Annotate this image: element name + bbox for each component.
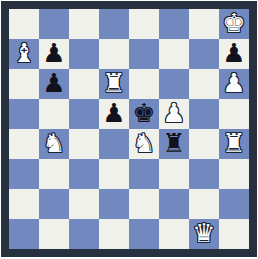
square-h2[interactable]: [219, 189, 249, 219]
square-a6[interactable]: [9, 69, 39, 99]
square-c4[interactable]: [69, 129, 99, 159]
square-d8[interactable]: [99, 9, 129, 39]
square-a1[interactable]: [9, 219, 39, 249]
chess-board: ♚♝♟♟♟♜♟♟♚♟♞♞♜♜♛: [9, 9, 249, 249]
square-g7[interactable]: [189, 39, 219, 69]
square-g6[interactable]: [189, 69, 219, 99]
square-d1[interactable]: [99, 219, 129, 249]
square-h1[interactable]: [219, 219, 249, 249]
square-f4[interactable]: ♜: [159, 129, 189, 159]
square-d7[interactable]: [99, 39, 129, 69]
square-h7[interactable]: ♟: [219, 39, 249, 69]
square-g2[interactable]: [189, 189, 219, 219]
square-e5[interactable]: ♚: [129, 99, 159, 129]
square-a8[interactable]: [9, 9, 39, 39]
square-b3[interactable]: [39, 159, 69, 189]
square-c5[interactable]: [69, 99, 99, 129]
piece-white-bishop: ♝: [9, 39, 39, 69]
square-a2[interactable]: [9, 189, 39, 219]
square-e2[interactable]: [129, 189, 159, 219]
square-b4[interactable]: ♞: [39, 129, 69, 159]
square-g5[interactable]: [189, 99, 219, 129]
square-e3[interactable]: [129, 159, 159, 189]
square-e8[interactable]: [129, 9, 159, 39]
square-a7[interactable]: ♝: [9, 39, 39, 69]
piece-black-pawn: ♟: [39, 39, 69, 69]
piece-black-pawn: ♟: [39, 69, 69, 99]
square-f1[interactable]: [159, 219, 189, 249]
square-b2[interactable]: [39, 189, 69, 219]
square-b6[interactable]: ♟: [39, 69, 69, 99]
square-b7[interactable]: ♟: [39, 39, 69, 69]
piece-white-knight: ♞: [39, 129, 69, 159]
square-e1[interactable]: [129, 219, 159, 249]
square-d6[interactable]: ♜: [99, 69, 129, 99]
square-c8[interactable]: [69, 9, 99, 39]
piece-white-pawn: ♟: [219, 69, 249, 99]
square-b1[interactable]: [39, 219, 69, 249]
square-h3[interactable]: [219, 159, 249, 189]
square-g8[interactable]: [189, 9, 219, 39]
board-frame: ♚♝♟♟♟♜♟♟♚♟♞♞♜♜♛: [1, 1, 257, 257]
square-h4[interactable]: ♜: [219, 129, 249, 159]
square-f8[interactable]: [159, 9, 189, 39]
square-e7[interactable]: [129, 39, 159, 69]
square-h5[interactable]: [219, 99, 249, 129]
piece-white-rook: ♜: [219, 129, 249, 159]
square-a5[interactable]: [9, 99, 39, 129]
piece-white-king: ♚: [219, 9, 249, 39]
square-g3[interactable]: [189, 159, 219, 189]
square-f6[interactable]: [159, 69, 189, 99]
square-f7[interactable]: [159, 39, 189, 69]
square-c7[interactable]: [69, 39, 99, 69]
square-c1[interactable]: [69, 219, 99, 249]
square-c2[interactable]: [69, 189, 99, 219]
square-d5[interactable]: ♟: [99, 99, 129, 129]
square-d3[interactable]: [99, 159, 129, 189]
square-g1[interactable]: ♛: [189, 219, 219, 249]
square-f3[interactable]: [159, 159, 189, 189]
square-f2[interactable]: [159, 189, 189, 219]
square-c3[interactable]: [69, 159, 99, 189]
square-f5[interactable]: ♟: [159, 99, 189, 129]
piece-white-queen: ♛: [189, 219, 219, 249]
piece-black-pawn: ♟: [219, 39, 249, 69]
square-g4[interactable]: [189, 129, 219, 159]
square-h8[interactable]: ♚: [219, 9, 249, 39]
square-c6[interactable]: [69, 69, 99, 99]
square-d2[interactable]: [99, 189, 129, 219]
piece-black-pawn: ♟: [99, 99, 129, 129]
square-e4[interactable]: ♞: [129, 129, 159, 159]
piece-white-pawn: ♟: [159, 99, 189, 129]
square-e6[interactable]: [129, 69, 159, 99]
square-a4[interactable]: [9, 129, 39, 159]
square-b8[interactable]: [39, 9, 69, 39]
square-h6[interactable]: ♟: [219, 69, 249, 99]
piece-black-king: ♚: [129, 99, 159, 129]
square-a3[interactable]: [9, 159, 39, 189]
piece-black-rook: ♜: [159, 129, 189, 159]
page: ♚♝♟♟♟♜♟♟♚♟♞♞♜♜♛: [0, 0, 258, 259]
square-d4[interactable]: [99, 129, 129, 159]
piece-white-rook: ♜: [99, 69, 129, 99]
square-b5[interactable]: [39, 99, 69, 129]
piece-white-knight: ♞: [129, 129, 159, 159]
